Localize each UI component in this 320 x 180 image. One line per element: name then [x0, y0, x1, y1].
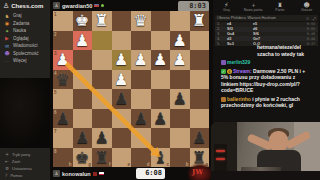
rank-label: 6: [54, 110, 57, 115]
square-b2[interactable]: ♟: [170, 31, 190, 51]
pawn-logo-icon: ♙: [3, 2, 9, 10]
sidebar-item-label: Graj: [13, 13, 22, 18]
sidebar-item-społeczność[interactable]: ☻Społeczność: [4, 50, 39, 57]
community-icon: ☻: [4, 50, 10, 56]
square-c7[interactable]: [151, 128, 171, 148]
white-pawn-d3[interactable]: ♟: [131, 50, 151, 70]
move-cell: Gc4: [227, 32, 253, 36]
black-pawn-e5[interactable]: ♟: [112, 89, 132, 109]
black-pawn-g7[interactable]: ♟: [73, 128, 93, 148]
square-e7[interactable]: [112, 128, 132, 148]
square-f8[interactable]: f♜: [92, 148, 112, 168]
stream-screen: ♙ Chess.com ♞Graj◉Zadania✦Nauka▶Oglądaj✉…: [0, 0, 320, 180]
red-led: [216, 158, 225, 160]
knight-icon: ♞: [4, 13, 10, 19]
square-d7[interactable]: [131, 128, 151, 148]
watch-icon: ▶: [4, 35, 10, 41]
square-a2[interactable]: [190, 31, 210, 51]
square-f5[interactable]: [92, 89, 112, 109]
move-cell: e5: [253, 22, 279, 26]
square-c8[interactable]: c♝: [151, 148, 171, 168]
sidebar-utility-1[interactable]: ⇤Zwiń: [5, 158, 20, 164]
square-b1[interactable]: [170, 11, 190, 31]
tab-icon: ♜: [267, 1, 294, 8]
square-g7[interactable]: ♟: [73, 128, 93, 148]
square-h4[interactable]: 4♛: [53, 70, 73, 90]
chat-message: merlin329: [221, 59, 313, 66]
square-c3[interactable]: ♟: [151, 50, 171, 70]
sidebar-item-label: Społeczność: [13, 51, 39, 56]
sidebar-item-oglądaj[interactable]: ▶Oglądaj: [4, 35, 29, 42]
bottom-player-bar: ♟ konowalun: [53, 168, 209, 179]
black-pawn-b5[interactable]: ♟: [170, 89, 190, 109]
yellow-highlight: [92, 31, 112, 51]
sidebar-item-label: Oglądaj: [13, 36, 29, 41]
tab-icon: ＋: [240, 1, 267, 8]
file-label: h: [69, 162, 72, 167]
move-row[interactable]: 3.Gc4Sf69:49: [215, 32, 318, 37]
file-label: g: [88, 162, 91, 167]
chat-username[interactable]: Stream:: [233, 68, 253, 74]
expand-icon[interactable]: ⤢: [311, 16, 318, 21]
white-rook-a1[interactable]: ♜: [190, 11, 210, 31]
help-icon: ?: [5, 173, 7, 178]
square-h2[interactable]: 2: [53, 31, 73, 51]
bottom-player-name[interactable]: konowalun: [62, 171, 91, 177]
square-b8[interactable]: b: [170, 148, 190, 168]
chat-username[interactable]: ballerinho: [227, 96, 252, 102]
sidebar-utility-2[interactable]: ⚙Ustawienia: [5, 165, 32, 171]
square-g8[interactable]: g♚: [73, 148, 93, 168]
square-g3[interactable]: [73, 50, 93, 70]
square-h8[interactable]: 8h: [53, 148, 73, 168]
sidebar-item-label: Nauka: [13, 28, 26, 33]
square-a6[interactable]: [190, 109, 210, 129]
chat-message: ballerinho i płynie w 2 ruchach przechod…: [221, 96, 313, 109]
opening-name: Obrona Philidora: Wariant Hanham: [215, 16, 304, 20]
chat-messages: hetmana/wieze/del szacha to wtedy takmer…: [217, 44, 317, 111]
opening-row: Obrona Philidora: Wariant Hanham ≡ ⤢: [215, 15, 318, 21]
tab-graj[interactable]: ⚡Graj: [213, 1, 240, 14]
square-e1[interactable]: [112, 11, 132, 31]
tab-label: Nowa partia: [240, 8, 267, 12]
square-d4[interactable]: [131, 70, 151, 90]
square-g2[interactable]: ♟: [73, 31, 93, 51]
move-row[interactable]: 2.Sf3d69:55: [215, 27, 318, 32]
top-player-name[interactable]: gwardian50: [62, 3, 92, 9]
black-pawn-d6[interactable]: ♟: [131, 109, 151, 129]
file-label: d: [147, 162, 150, 167]
square-h1[interactable]: 1: [53, 11, 73, 31]
top-player-avatar[interactable]: ♟: [53, 2, 60, 9]
rank-label: 5: [54, 90, 57, 95]
bottom-player-flag-icon: [99, 172, 104, 176]
square-c5[interactable]: [151, 89, 171, 109]
move-row[interactable]: 4.d3Ge79:44: [215, 36, 318, 41]
rank-label: 3: [54, 51, 57, 56]
white-rook-f1[interactable]: ♜: [92, 11, 112, 31]
move-cell: 3.: [215, 32, 227, 36]
sidebar-item-label: Więcej: [13, 58, 27, 63]
white-pawn-c3[interactable]: ♟: [151, 50, 171, 70]
square-b7[interactable]: [170, 128, 190, 148]
bottom-player-clock: 6:08: [136, 168, 165, 179]
coin-badge-icon: $: [227, 69, 232, 74]
square-b4[interactable]: [170, 70, 190, 90]
chat-message: hetmana/wieze/del szacha to wtedy tak: [257, 44, 313, 57]
sidebar-item-graj[interactable]: ♞Graj: [4, 12, 22, 19]
move-cell: 9:49: [279, 32, 318, 36]
utility-label: Tryb jasny: [12, 152, 30, 157]
chat-message: ✓$Stream: Darmowe 2.50 PLN i + 5% bonusu…: [221, 68, 313, 94]
square-d3[interactable]: ♟: [131, 50, 151, 70]
move-cell: 1.: [215, 22, 227, 26]
red-logo-text: JW: [192, 167, 203, 176]
square-c1[interactable]: [151, 11, 171, 31]
sidebar-item-label: Wiadomości: [13, 43, 38, 48]
sidebar-item-label: Zadania: [13, 21, 29, 26]
streamer-face: [269, 131, 288, 152]
square-e2[interactable]: [112, 31, 132, 51]
square-d2[interactable]: [131, 31, 151, 51]
more-icon: ⋯: [4, 58, 10, 64]
square-a4[interactable]: [190, 70, 210, 90]
rank-label: 8: [54, 149, 57, 154]
gear-icon: ⚙: [5, 166, 9, 171]
move-cell: 9:55: [279, 27, 318, 31]
move-cell: 4.: [215, 37, 227, 41]
move-cell: Sf3: [227, 27, 253, 31]
top-player-flag-icon: [94, 4, 99, 8]
white-pawn-g2[interactable]: ♟: [73, 31, 93, 51]
puzzle-icon: ◉: [4, 20, 10, 26]
square-a3[interactable]: [190, 50, 210, 70]
panel-tabs: ⚡Graj＋Nowa partia♜Partie☻Gracze: [213, 1, 320, 14]
black-pawn-f7[interactable]: ♟: [92, 128, 112, 148]
square-h5[interactable]: 5: [53, 89, 73, 109]
sidebar-item-więcej[interactable]: ⋯Więcej: [4, 57, 27, 64]
black-pawn-a7[interactable]: ♟: [190, 128, 210, 148]
white-pawn-b2[interactable]: ♟: [170, 31, 190, 51]
square-h6[interactable]: 6♟: [53, 109, 73, 129]
logo-text: Chess.com: [11, 3, 43, 9]
square-c2[interactable]: [151, 31, 171, 51]
square-g6[interactable]: [73, 109, 93, 129]
rank-label: 7: [54, 129, 57, 134]
sidebar-utility-0[interactable]: ☀Tryb jasny: [5, 151, 30, 157]
gift-badge-icon: [221, 97, 226, 102]
rank-label: 2: [54, 32, 57, 37]
background-blur: [0, 78, 50, 148]
square-a7[interactable]: ♟: [190, 128, 210, 148]
tab-icon: ⚡: [213, 1, 240, 8]
webcam-overlay: [211, 122, 320, 180]
square-d8[interactable]: d: [131, 148, 151, 168]
move-cell: Ge7: [253, 37, 279, 41]
file-label: e: [127, 162, 130, 167]
move-cell: d6: [253, 27, 279, 31]
square-d1[interactable]: ♛: [131, 11, 151, 31]
check-badge-icon: ✓: [221, 69, 226, 74]
collapse-icon: ⇤: [5, 159, 9, 164]
lesson-icon: ✦: [4, 28, 10, 34]
shield-badge-icon: [221, 60, 226, 65]
white-pawn-e3[interactable]: ♟: [112, 50, 132, 70]
move-cell: 9:44: [279, 37, 318, 41]
square-a5[interactable]: [190, 89, 210, 109]
white-king-g1[interactable]: ♚: [73, 11, 93, 31]
square-b6[interactable]: [170, 109, 190, 129]
sidebar-utility-3[interactable]: ?Pomoc: [5, 172, 23, 178]
sidebar-item-wiadomości[interactable]: ✉Wiadomości: [4, 42, 38, 49]
white-pawn-e4[interactable]: ♟: [112, 70, 132, 90]
file-label: c: [166, 162, 169, 167]
move-list: 1.e4e59:582.Sf3d69:553.Gc4Sf69:494.d3Ge7…: [215, 22, 318, 46]
square-f7[interactable]: ♟: [92, 128, 112, 148]
white-pawn-b3[interactable]: ♟: [170, 50, 190, 70]
chesscom-logo[interactable]: ♙ Chess.com: [3, 2, 43, 10]
move-row[interactable]: 1.e4e59:58: [215, 22, 318, 27]
tab-label: Graj: [213, 8, 240, 12]
tab-label: Gracze: [293, 8, 320, 12]
square-c6[interactable]: ♟: [151, 109, 171, 129]
black-pawn-c6[interactable]: ♟: [151, 109, 171, 129]
news-icon: ✉: [4, 43, 10, 49]
tab-icon: ☻: [293, 1, 320, 8]
tab-partie[interactable]: ♜Partie: [267, 1, 294, 14]
chat-text: hetmana/wieze/del szacha to wtedy tak: [257, 44, 304, 57]
tab-gracze[interactable]: ☻Gracze: [293, 1, 320, 14]
square-a1[interactable]: ♜: [190, 11, 210, 31]
white-queen-d1[interactable]: ♛: [131, 11, 151, 31]
sidebar-item-zadania[interactable]: ◉Zadania: [4, 20, 29, 27]
move-cell: e4: [227, 22, 253, 26]
square-g5[interactable]: [73, 89, 93, 109]
square-h7[interactable]: 7: [53, 128, 73, 148]
square-e8[interactable]: e: [112, 148, 132, 168]
square-d5[interactable]: [131, 89, 151, 109]
square-e4[interactable]: ♟: [112, 70, 132, 90]
utility-label: Pomoc: [10, 173, 22, 178]
red-led: [216, 150, 225, 152]
file-label: f: [109, 162, 111, 167]
chess-board[interactable]: 1♚♜♛♜2♟♟3♟♟♟♟♟4♛♟5♟♟6♟♟♟7♟♟♟8hg♚f♜edc♝ba…: [53, 11, 209, 167]
chesscom-sidebar: ♙ Chess.com ♞Graj◉Zadania✦Nauka▶Oglądaj✉…: [0, 0, 50, 180]
move-cell: 9:58: [279, 22, 318, 26]
bottom-player-avatar[interactable]: ♟: [53, 170, 60, 177]
tab-nowa-partia[interactable]: ＋Nowa partia: [240, 1, 267, 14]
square-h3[interactable]: 3♟: [53, 50, 73, 70]
square-b3[interactable]: ♟: [170, 50, 190, 70]
sun-icon: ☀: [5, 152, 9, 157]
move-cell: Sf6: [253, 32, 279, 36]
square-f4[interactable]: [92, 70, 112, 90]
rank-label: 4: [54, 71, 57, 76]
square-f3[interactable]: [92, 50, 112, 70]
utility-label: Ustawienia: [12, 166, 32, 171]
square-d6[interactable]: ♟: [131, 109, 151, 129]
square-g1[interactable]: ♚: [73, 11, 93, 31]
tab-label: Partie: [267, 8, 294, 12]
square-e5[interactable]: ♟: [112, 89, 132, 109]
square-f2[interactable]: [92, 31, 112, 51]
square-e6[interactable]: [112, 109, 132, 129]
square-f1[interactable]: ♜: [92, 11, 112, 31]
bottom-player-badge-icon: [93, 172, 97, 176]
square-g4[interactable]: [73, 70, 93, 90]
desk: [211, 171, 320, 180]
rank-label: 1: [54, 12, 57, 17]
square-b5[interactable]: ♟: [170, 89, 190, 109]
square-f6[interactable]: [92, 109, 112, 129]
utility-label: Zwiń: [12, 159, 20, 164]
chat-username[interactable]: merlin329: [227, 59, 250, 65]
move-cell: d3: [227, 37, 253, 41]
red-blur-decoration: JW: [188, 164, 212, 180]
online-dot-icon: [101, 4, 104, 7]
sidebar-item-nauka[interactable]: ✦Nauka: [4, 27, 26, 34]
square-c4[interactable]: [151, 70, 171, 90]
move-cell: 2.: [215, 27, 227, 31]
square-e3[interactable]: ♟: [112, 50, 132, 70]
